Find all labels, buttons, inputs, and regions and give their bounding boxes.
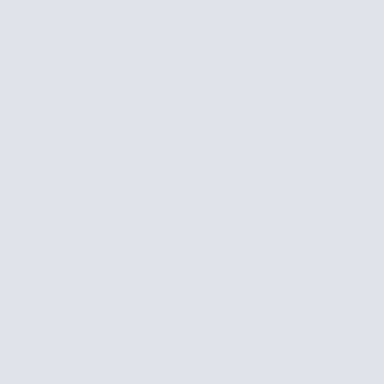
chess-board xyxy=(0,0,384,384)
